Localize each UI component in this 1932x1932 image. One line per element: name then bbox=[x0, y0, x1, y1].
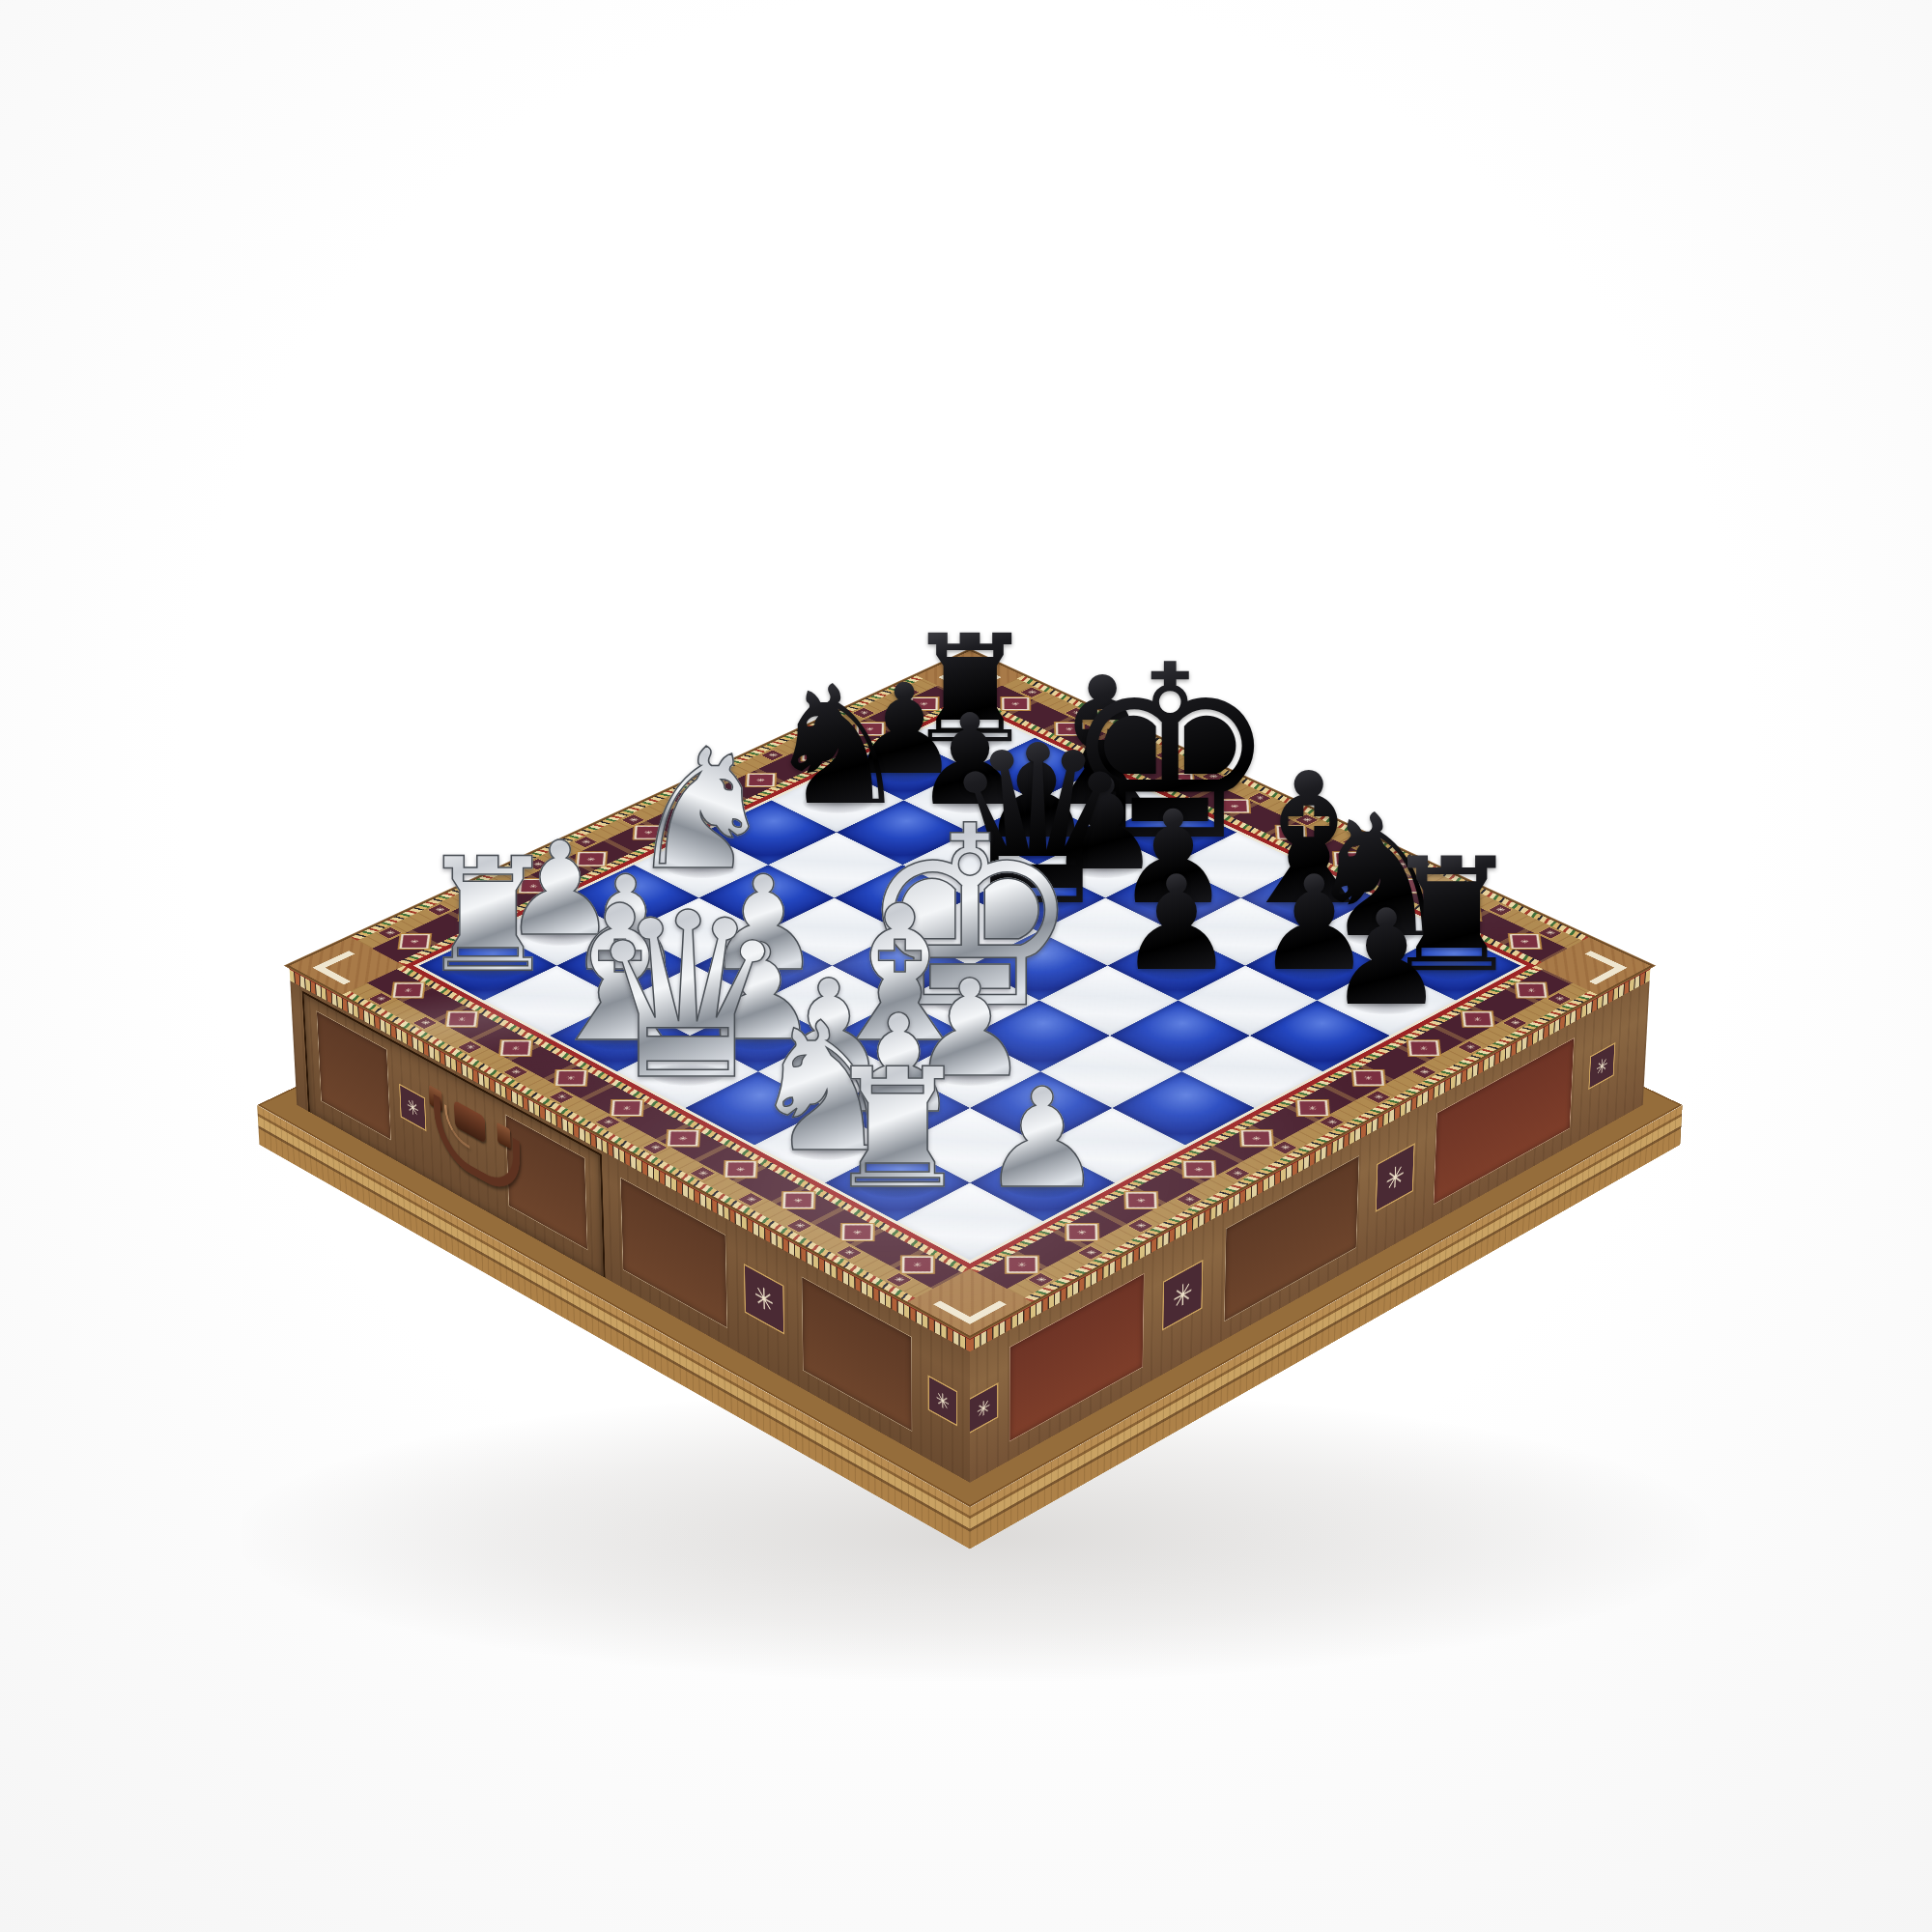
diamond-medallion-icon: ✳ bbox=[500, 1040, 531, 1056]
black-pawn-h7[interactable]: ♟ bbox=[1327, 893, 1445, 1025]
diamond-medallion-icon: ✳ bbox=[1463, 1011, 1493, 1027]
silver-pawn-h2[interactable]: ♟ bbox=[980, 1070, 1104, 1207]
diamond-medallion-icon: ✳ bbox=[446, 1011, 477, 1027]
diamond-medallion-icon: ✳ bbox=[1240, 1130, 1272, 1146]
diamond-medallion-icon: ✳ bbox=[668, 1130, 699, 1146]
diamond-medallion-icon: ✳ bbox=[1297, 1100, 1329, 1116]
diamond-medallion-icon: ✳ bbox=[1066, 1224, 1098, 1240]
diamond-medallion-icon: ✳ bbox=[842, 1224, 874, 1240]
silver-rook-g1[interactable]: ♜ bbox=[823, 1047, 971, 1212]
diamond-medallion-icon: ✳ bbox=[1407, 1040, 1438, 1056]
diamond-medallion-icon: ✳ bbox=[901, 1256, 933, 1272]
diamond-medallion-icon: ✳ bbox=[1183, 1161, 1215, 1178]
diamond-medallion-icon: ✳ bbox=[1007, 1256, 1038, 1272]
diamond-medallion-icon: ✳ bbox=[1353, 1070, 1385, 1086]
diamond-medallion-icon: ✳ bbox=[783, 1192, 815, 1208]
diamond-medallion-icon: ✳ bbox=[1125, 1192, 1157, 1208]
black-pawn-f6[interactable]: ♟ bbox=[1118, 859, 1235, 989]
